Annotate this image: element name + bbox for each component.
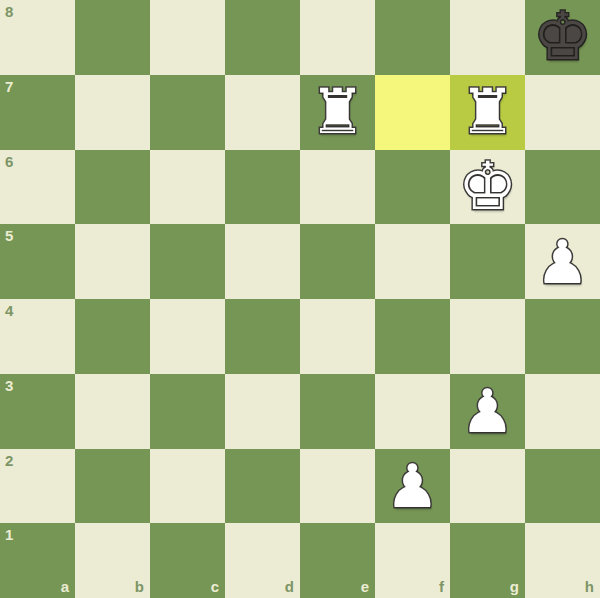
white-pawn[interactable]: ♟ (386, 456, 440, 516)
square-e3[interactable] (300, 374, 375, 449)
rank-label-1: 1 (5, 527, 13, 542)
file-label-c: c (211, 579, 219, 594)
rank-label-3: 3 (5, 378, 13, 393)
white-pawn[interactable]: ♟ (461, 381, 515, 441)
square-a4[interactable]: 4 (0, 299, 75, 374)
square-c7[interactable] (150, 75, 225, 150)
square-h3[interactable] (525, 374, 600, 449)
square-e7[interactable]: ♜ (300, 75, 375, 150)
square-a1[interactable]: 1a (0, 523, 75, 598)
file-label-b: b (135, 579, 144, 594)
square-g7[interactable]: ♜ (450, 75, 525, 150)
file-label-a: a (61, 579, 69, 594)
square-e1[interactable]: e (300, 523, 375, 598)
square-e8[interactable] (300, 0, 375, 75)
black-king[interactable]: ♚ (533, 4, 592, 70)
square-e2[interactable] (300, 449, 375, 524)
square-a5[interactable]: 5 (0, 224, 75, 299)
square-f7[interactable] (375, 75, 450, 150)
rank-label-5: 5 (5, 228, 13, 243)
white-rook[interactable]: ♜ (460, 81, 516, 143)
square-d7[interactable] (225, 75, 300, 150)
square-d5[interactable] (225, 224, 300, 299)
square-b1[interactable]: b (75, 523, 150, 598)
rank-label-7: 7 (5, 79, 13, 94)
square-b8[interactable] (75, 0, 150, 75)
square-c5[interactable] (150, 224, 225, 299)
square-b5[interactable] (75, 224, 150, 299)
square-d8[interactable] (225, 0, 300, 75)
white-pawn[interactable]: ♟ (536, 232, 590, 292)
square-b3[interactable] (75, 374, 150, 449)
square-h4[interactable] (525, 299, 600, 374)
square-g4[interactable] (450, 299, 525, 374)
square-h7[interactable] (525, 75, 600, 150)
square-c3[interactable] (150, 374, 225, 449)
square-e5[interactable] (300, 224, 375, 299)
white-rook[interactable]: ♜ (310, 81, 366, 143)
square-g3[interactable]: ♟ (450, 374, 525, 449)
square-c1[interactable]: c (150, 523, 225, 598)
rank-label-6: 6 (5, 154, 13, 169)
square-f3[interactable] (375, 374, 450, 449)
square-g8[interactable] (450, 0, 525, 75)
rank-label-2: 2 (5, 453, 13, 468)
file-label-d: d (285, 579, 294, 594)
square-f5[interactable] (375, 224, 450, 299)
square-d6[interactable] (225, 150, 300, 225)
square-g2[interactable] (450, 449, 525, 524)
file-label-f: f (439, 579, 444, 594)
square-h5[interactable]: ♟ (525, 224, 600, 299)
square-h8[interactable]: ♚ (525, 0, 600, 75)
square-b6[interactable] (75, 150, 150, 225)
square-a3[interactable]: 3 (0, 374, 75, 449)
square-e6[interactable] (300, 150, 375, 225)
square-e4[interactable] (300, 299, 375, 374)
square-c4[interactable] (150, 299, 225, 374)
square-c8[interactable] (150, 0, 225, 75)
square-g5[interactable] (450, 224, 525, 299)
file-label-e: e (361, 579, 369, 594)
square-f4[interactable] (375, 299, 450, 374)
square-a8[interactable]: 8 (0, 0, 75, 75)
square-a7[interactable]: 7 (0, 75, 75, 150)
file-label-h: h (585, 579, 594, 594)
square-c6[interactable] (150, 150, 225, 225)
square-h2[interactable] (525, 449, 600, 524)
square-f6[interactable] (375, 150, 450, 225)
square-g6[interactable]: ♚ (450, 150, 525, 225)
square-h1[interactable]: h (525, 523, 600, 598)
square-f8[interactable] (375, 0, 450, 75)
square-b7[interactable] (75, 75, 150, 150)
square-d4[interactable] (225, 299, 300, 374)
rank-label-4: 4 (5, 303, 13, 318)
file-label-g: g (510, 579, 519, 594)
square-d1[interactable]: d (225, 523, 300, 598)
square-g1[interactable]: g (450, 523, 525, 598)
square-d2[interactable] (225, 449, 300, 524)
square-a6[interactable]: 6 (0, 150, 75, 225)
square-h6[interactable] (525, 150, 600, 225)
rank-label-8: 8 (5, 4, 13, 19)
white-king[interactable]: ♚ (458, 154, 517, 220)
square-d3[interactable] (225, 374, 300, 449)
square-a2[interactable]: 2 (0, 449, 75, 524)
square-f2[interactable]: ♟ (375, 449, 450, 524)
square-f1[interactable]: f (375, 523, 450, 598)
square-c2[interactable] (150, 449, 225, 524)
square-b2[interactable] (75, 449, 150, 524)
chess-board: 8♚7♜♜6♚5♟43♟2♟1abcdefgh (0, 0, 600, 598)
square-b4[interactable] (75, 299, 150, 374)
